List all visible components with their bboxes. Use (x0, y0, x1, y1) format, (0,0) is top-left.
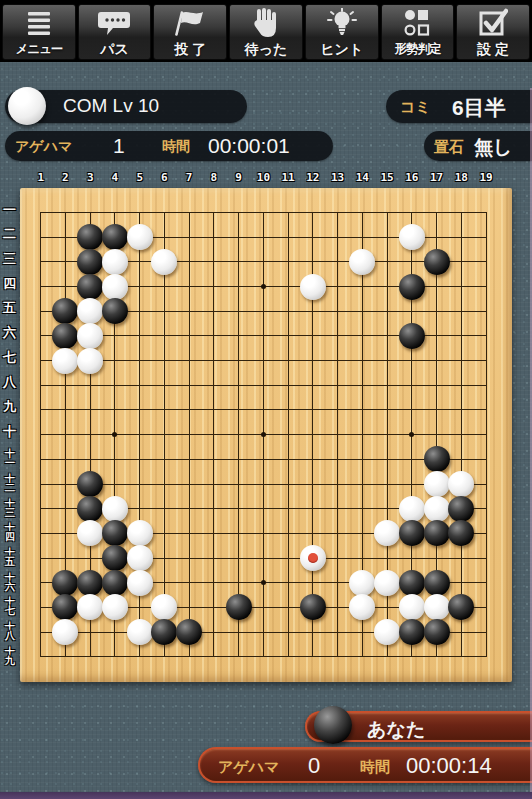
white-captures-value: 1 (113, 134, 125, 158)
row-label: 四 (0, 277, 19, 290)
stone-black (226, 594, 252, 620)
handicap-label: 置石 (434, 138, 464, 157)
screen-bottom-edge (0, 792, 532, 799)
stone-white (151, 249, 177, 275)
stone-white (300, 274, 326, 300)
stone-white (102, 496, 128, 522)
stone-black (399, 570, 425, 596)
stone-black (399, 619, 425, 645)
checkbox-icon (478, 6, 508, 40)
white-time-value: 00:00:01 (208, 134, 290, 158)
toolbar-button-label: 待った (245, 40, 288, 58)
stone-white (77, 348, 103, 374)
speech-bubble-icon (98, 6, 132, 40)
komi-bar: コミ 6目半 (386, 90, 532, 123)
stone-black (77, 274, 103, 300)
toolbar-button-undo[interactable]: 待った (229, 4, 303, 60)
column-label: 9 (228, 171, 250, 184)
toolbar-button-label: パス (100, 40, 129, 58)
last-move-marker (308, 553, 318, 563)
komi-label: コミ (400, 98, 431, 117)
column-label: 7 (178, 171, 200, 184)
stone-white (77, 520, 103, 546)
stone-black (77, 224, 103, 250)
column-label: 3 (79, 171, 101, 184)
white-time-label: 時間 (162, 138, 190, 156)
column-label: 2 (54, 171, 76, 184)
column-label: 18 (450, 171, 472, 184)
column-label: 1 (30, 171, 52, 184)
column-label: 5 (129, 171, 151, 184)
row-label: 十 (0, 425, 19, 438)
toolbar-button-resign[interactable]: 投 了 (153, 4, 227, 60)
stone-white (102, 249, 128, 275)
column-label: 11 (277, 171, 299, 184)
row-label: 十九 (0, 647, 19, 665)
star-point (261, 432, 266, 437)
toolbar-button-hint[interactable]: ヒント (305, 4, 379, 60)
stone-white (399, 496, 425, 522)
stone-black (424, 570, 450, 596)
row-label: 十四 (0, 523, 19, 541)
stone-black (448, 496, 474, 522)
stone-black (151, 619, 177, 645)
toolbar-button-label: メニュー (15, 40, 62, 58)
toolbar-button-menu[interactable]: メニュー (2, 4, 76, 60)
stone-black (102, 298, 128, 324)
grid-line-vertical (486, 212, 487, 657)
column-label: 17 (426, 171, 448, 184)
white-captures-bar: アゲハマ 1 時間 00:00:01 (5, 131, 333, 161)
stone-black (102, 224, 128, 250)
lightbulb-icon (324, 6, 360, 40)
toolbar-button-label: 設 定 (477, 40, 509, 58)
stone-black (424, 446, 450, 472)
stone-black (77, 471, 103, 497)
row-label: 二 (0, 227, 19, 240)
stone-white (127, 545, 153, 571)
star-point (409, 432, 414, 437)
stone-black (52, 594, 78, 620)
toolbar-button-label: ヒント (320, 40, 363, 58)
stone-black (399, 274, 425, 300)
star-point (112, 432, 117, 437)
stone-black (424, 619, 450, 645)
stone-black (424, 249, 450, 275)
column-label: 4 (104, 171, 126, 184)
stone-white (448, 471, 474, 497)
column-label: 13 (327, 171, 349, 184)
stone-white (374, 520, 400, 546)
stone-black (102, 520, 128, 546)
star-point (261, 284, 266, 289)
stone-black (77, 496, 103, 522)
column-label: 8 (203, 171, 225, 184)
toolbar-button-settings[interactable]: 設 定 (456, 4, 530, 60)
stone-black (448, 520, 474, 546)
stone-white (349, 570, 375, 596)
column-label: 16 (401, 171, 423, 184)
stone-black (77, 570, 103, 596)
stone-white (374, 570, 400, 596)
stone-white (127, 570, 153, 596)
stone-black (102, 570, 128, 596)
shapes-icon (402, 6, 432, 40)
grid-line-horizontal (40, 484, 486, 485)
row-label: 十五 (0, 548, 19, 566)
column-label: 12 (302, 171, 324, 184)
grid-line-vertical (288, 212, 289, 657)
row-label: 五 (0, 301, 19, 314)
stone-white (77, 323, 103, 349)
stone-black (77, 249, 103, 275)
stone-white (77, 298, 103, 324)
stone-black (52, 570, 78, 596)
stone-white (424, 594, 450, 620)
handicap-value: 無し (474, 135, 512, 161)
row-label: 十一 (0, 449, 19, 467)
toolbar: メニューパス投 了待ったヒント形勢判定設 定 (0, 0, 532, 62)
column-label: 6 (153, 171, 175, 184)
menu-icon (24, 6, 54, 40)
stone-black (52, 298, 78, 324)
stone-white (300, 545, 326, 571)
hand-icon (252, 6, 280, 40)
stone-white (127, 619, 153, 645)
toolbar-button-pass[interactable]: パス (78, 4, 152, 60)
handicap-bar: 置石 無し (424, 131, 532, 161)
toolbar-button-judge[interactable]: 形勢判定 (381, 4, 455, 60)
row-label: 三 (0, 252, 19, 265)
stone-white (52, 348, 78, 374)
stone-white (399, 224, 425, 250)
black-time-label: 時間 (360, 758, 390, 777)
stone-white (77, 594, 103, 620)
stone-black (424, 520, 450, 546)
black-captures-value: 0 (308, 753, 320, 779)
black-player-name: あなた (367, 717, 425, 743)
grid-line-vertical (337, 212, 338, 657)
stone-white (127, 224, 153, 250)
stone-white (399, 594, 425, 620)
stone-white (349, 594, 375, 620)
grid-line-horizontal (40, 656, 486, 657)
row-label: 八 (0, 375, 19, 388)
komi-value: 6目半 (452, 94, 506, 122)
white-player-name: COM Lv 10 (63, 95, 159, 117)
stone-white (102, 274, 128, 300)
white-captures-label: アゲハマ (15, 138, 72, 156)
stone-white (424, 496, 450, 522)
stone-black (399, 323, 425, 349)
go-app-screen: { "game": "go", "toolbar": { "buttons": … (0, 0, 532, 799)
toolbar-button-label: 形勢判定 (394, 40, 440, 58)
row-label: 十三 (0, 499, 19, 517)
stone-white (151, 594, 177, 620)
go-board[interactable] (20, 188, 512, 682)
black-time-value: 00:00:14 (406, 753, 492, 779)
stone-black (399, 520, 425, 546)
row-label: 一 (0, 203, 19, 216)
column-label: 19 (475, 171, 497, 184)
white-stone-icon (8, 87, 46, 125)
black-stone-icon (314, 706, 352, 744)
stone-black (448, 594, 474, 620)
row-label: 十八 (0, 622, 19, 640)
row-label: 十六 (0, 573, 19, 591)
toolbar-button-label: 投 了 (174, 40, 206, 58)
grid-line-vertical (461, 212, 462, 657)
black-captures-label: アゲハマ (218, 758, 279, 777)
stone-white (127, 520, 153, 546)
column-label: 14 (351, 171, 373, 184)
star-point (261, 580, 266, 585)
row-label: 十二 (0, 474, 19, 492)
stone-white (424, 471, 450, 497)
stone-white (102, 594, 128, 620)
flag-icon (174, 6, 206, 40)
stone-black (176, 619, 202, 645)
row-label: 七 (0, 351, 19, 364)
stone-white (374, 619, 400, 645)
column-label: 15 (376, 171, 398, 184)
grid-line-horizontal (40, 459, 486, 460)
stone-black (102, 545, 128, 571)
black-captures-bar: アゲハマ 0 時間 00:00:14 (198, 747, 532, 783)
stone-black (300, 594, 326, 620)
stone-white (52, 619, 78, 645)
row-label: 十七 (0, 597, 19, 615)
row-label: 六 (0, 326, 19, 339)
stone-white (349, 249, 375, 275)
row-label: 九 (0, 400, 19, 413)
stone-black (52, 323, 78, 349)
column-label: 10 (252, 171, 274, 184)
